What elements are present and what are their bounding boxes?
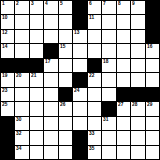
black-cell-r5c2 <box>15 59 28 72</box>
white-cell-r11c11[interactable] <box>146 146 159 159</box>
clue-number: 3 <box>31 1 34 6</box>
black-cell-r4c4 <box>44 44 57 57</box>
black-cell-r10c6 <box>73 131 86 144</box>
white-cell-r10c4[interactable] <box>44 131 57 144</box>
white-cell-r10c3[interactable] <box>30 131 43 144</box>
white-cell-r2c9[interactable] <box>117 15 130 28</box>
clue-number: 17 <box>45 59 50 64</box>
black-cell-r7c5 <box>59 88 72 101</box>
clue-number: 2 <box>16 1 19 6</box>
black-cell-r2c11 <box>146 15 159 28</box>
black-cell-r7c9 <box>117 88 130 101</box>
clue-number: 1 <box>2 1 5 6</box>
clue-number: 35 <box>89 146 94 151</box>
white-cell-r6c10[interactable] <box>131 73 144 86</box>
white-cell-r2c8[interactable] <box>102 15 115 28</box>
white-cell-r9c3[interactable] <box>30 117 43 130</box>
clue-number: 11 <box>89 15 94 20</box>
white-cell-r7c2[interactable] <box>15 88 28 101</box>
black-cell-r6c6 <box>73 73 86 86</box>
white-cell-r1c7[interactable]: 6 <box>88 1 101 14</box>
white-cell-r1c3[interactable]: 3 <box>30 1 43 14</box>
clue-number: 30 <box>16 117 21 122</box>
white-cell-r6c9[interactable] <box>117 73 130 86</box>
white-cell-r2c4[interactable] <box>44 15 57 28</box>
white-cell-r8c5[interactable]: 26 <box>59 102 72 115</box>
white-cell-r9c5[interactable] <box>59 117 72 130</box>
black-cell-r9c1 <box>1 117 14 130</box>
white-cell-r7c6[interactable]: 24 <box>73 88 86 101</box>
clue-number: 23 <box>2 88 7 93</box>
clue-number: 10 <box>2 15 7 20</box>
white-cell-r4c3[interactable] <box>30 44 43 57</box>
white-cell-r11c7[interactable]: 35 <box>88 146 101 159</box>
white-cell-r2c7[interactable]: 11 <box>88 15 101 28</box>
clue-number: 20 <box>16 73 21 78</box>
black-cell-r3c11 <box>146 30 159 43</box>
black-cell-r11c1 <box>1 146 14 159</box>
white-cell-r6c4[interactable] <box>44 73 57 86</box>
white-cell-r3c3[interactable] <box>30 30 43 43</box>
white-cell-r6c1[interactable]: 19 <box>1 73 14 86</box>
white-cell-r1c5[interactable]: 5 <box>59 1 72 14</box>
white-cell-r6c8[interactable] <box>102 73 115 86</box>
clue-number: 28 <box>132 102 137 107</box>
white-cell-r7c1[interactable]: 23 <box>1 88 14 101</box>
white-cell-r1c8[interactable]: 7 <box>102 1 115 14</box>
white-cell-r2c10[interactable] <box>131 15 144 28</box>
white-cell-r9c9[interactable] <box>117 117 130 130</box>
white-cell-r4c10[interactable] <box>131 44 144 57</box>
white-cell-r10c10[interactable] <box>131 131 144 144</box>
white-cell-r4c8[interactable] <box>102 44 115 57</box>
white-cell-r4c2[interactable] <box>15 44 28 57</box>
white-cell-r8c1[interactable]: 25 <box>1 102 14 115</box>
white-cell-r5c9[interactable] <box>117 59 130 72</box>
white-cell-r2c2[interactable] <box>15 15 28 28</box>
clue-number: 13 <box>74 30 79 35</box>
black-cell-r10c1 <box>1 131 14 144</box>
white-cell-r8c2[interactable] <box>15 102 28 115</box>
black-cell-r2c6 <box>73 15 86 28</box>
white-cell-r3c8[interactable] <box>102 30 115 43</box>
white-cell-r7c8[interactable] <box>102 88 115 101</box>
white-cell-r9c10[interactable] <box>131 117 144 130</box>
white-cell-r6c2[interactable]: 20 <box>15 73 28 86</box>
white-cell-r2c3[interactable] <box>30 15 43 28</box>
white-cell-r5c11[interactable] <box>146 59 159 72</box>
white-cell-r1c9[interactable]: 8 <box>117 1 130 14</box>
white-cell-r11c8[interactable] <box>102 146 115 159</box>
black-cell-r7c10 <box>131 88 144 101</box>
white-cell-r11c9[interactable] <box>117 146 130 159</box>
white-cell-r7c4[interactable] <box>44 88 57 101</box>
crossword-board: 1234567891011121314151617181920212223242… <box>0 0 160 160</box>
white-cell-r8c6[interactable] <box>73 102 86 115</box>
white-cell-r5c5[interactable] <box>59 59 72 72</box>
clue-number: 14 <box>2 44 7 49</box>
black-cell-r1c6 <box>73 1 86 14</box>
white-cell-r3c4[interactable] <box>44 30 57 43</box>
white-cell-r10c8[interactable] <box>102 131 115 144</box>
white-cell-r8c11[interactable]: 29 <box>146 102 159 115</box>
white-cell-r11c5[interactable] <box>59 146 72 159</box>
clue-number: 5 <box>60 1 63 6</box>
white-cell-r8c9[interactable]: 27 <box>117 102 130 115</box>
white-cell-r9c6[interactable] <box>73 117 86 130</box>
black-cell-r1c11 <box>146 1 159 14</box>
black-cell-r5c7 <box>88 59 101 72</box>
white-cell-r4c9[interactable] <box>117 44 130 57</box>
white-cell-r10c7[interactable]: 33 <box>88 131 101 144</box>
white-cell-r9c4[interactable] <box>44 117 57 130</box>
white-cell-r9c7[interactable] <box>88 117 101 130</box>
clue-number: 29 <box>147 102 152 107</box>
clue-number: 32 <box>16 131 21 136</box>
white-cell-r2c5[interactable] <box>59 15 72 28</box>
white-cell-r1c2[interactable]: 2 <box>15 1 28 14</box>
clue-number: 22 <box>89 73 94 78</box>
clue-number: 34 <box>16 146 21 151</box>
white-cell-r3c1[interactable]: 12 <box>1 30 14 43</box>
clue-number: 7 <box>103 1 106 6</box>
clue-number: 25 <box>2 102 7 107</box>
clue-number: 33 <box>89 131 94 136</box>
white-cell-r3c7[interactable] <box>88 30 101 43</box>
white-cell-r3c10[interactable] <box>131 30 144 43</box>
white-cell-r4c1[interactable]: 14 <box>1 44 14 57</box>
clue-number: 31 <box>103 117 108 122</box>
white-cell-r10c5[interactable] <box>59 131 72 144</box>
white-cell-r1c10[interactable]: 9 <box>131 1 144 14</box>
white-cell-r5c4[interactable]: 17 <box>44 59 57 72</box>
clue-number: 24 <box>74 88 79 93</box>
white-cell-r8c7[interactable] <box>88 102 101 115</box>
clue-number: 4 <box>45 1 48 6</box>
clue-number: 21 <box>31 73 36 78</box>
white-cell-r2c1[interactable]: 10 <box>1 15 14 28</box>
clue-number: 18 <box>103 59 108 64</box>
white-cell-r6c11[interactable] <box>146 73 159 86</box>
black-cell-r8c8 <box>102 102 115 115</box>
black-cell-r5c1 <box>1 59 14 72</box>
clue-number: 8 <box>118 1 121 6</box>
white-cell-r7c7[interactable] <box>88 88 101 101</box>
white-cell-r11c3[interactable] <box>30 146 43 159</box>
white-cell-r5c6[interactable] <box>73 59 86 72</box>
clue-number: 15 <box>60 44 65 49</box>
white-cell-r10c9[interactable] <box>117 131 130 144</box>
white-cell-r10c11[interactable] <box>146 131 159 144</box>
white-cell-r9c11[interactable] <box>146 117 159 130</box>
white-cell-r4c6[interactable] <box>73 44 86 57</box>
white-cell-r9c8[interactable]: 31 <box>102 117 115 130</box>
white-cell-r4c5[interactable]: 15 <box>59 44 72 57</box>
white-cell-r8c4[interactable] <box>44 102 57 115</box>
black-cell-r5c3 <box>30 59 43 72</box>
white-cell-r8c3[interactable] <box>30 102 43 115</box>
white-cell-r3c6[interactable]: 13 <box>73 30 86 43</box>
clue-number: 6 <box>89 1 92 6</box>
white-cell-r11c10[interactable] <box>131 146 144 159</box>
white-cell-r3c5[interactable] <box>59 30 72 43</box>
white-cell-r10c2[interactable]: 32 <box>15 131 28 144</box>
white-cell-r11c4[interactable] <box>44 146 57 159</box>
white-cell-r3c9[interactable] <box>117 30 130 43</box>
white-cell-r4c7[interactable] <box>88 44 101 57</box>
white-cell-r11c2[interactable]: 34 <box>15 146 28 159</box>
white-cell-r9c2[interactable]: 30 <box>15 117 28 130</box>
clue-number: 16 <box>147 44 152 49</box>
black-cell-r7c11 <box>146 88 159 101</box>
white-cell-r6c7[interactable]: 22 <box>88 73 101 86</box>
clue-number: 27 <box>118 102 123 107</box>
clue-number: 19 <box>2 73 7 78</box>
white-cell-r5c10[interactable] <box>131 59 144 72</box>
white-cell-r1c4[interactable]: 4 <box>44 1 57 14</box>
white-cell-r5c8[interactable]: 18 <box>102 59 115 72</box>
clue-number: 9 <box>132 1 135 6</box>
clue-number: 26 <box>60 102 65 107</box>
white-cell-r6c5[interactable] <box>59 73 72 86</box>
white-cell-r6c3[interactable]: 21 <box>30 73 43 86</box>
white-cell-r8c10[interactable]: 28 <box>131 102 144 115</box>
white-cell-r4c11[interactable]: 16 <box>146 44 159 57</box>
black-cell-r11c6 <box>73 146 86 159</box>
white-cell-r7c3[interactable] <box>30 88 43 101</box>
white-cell-r1c1[interactable]: 1 <box>1 1 14 14</box>
clue-number: 12 <box>2 30 7 35</box>
white-cell-r3c2[interactable] <box>15 30 28 43</box>
